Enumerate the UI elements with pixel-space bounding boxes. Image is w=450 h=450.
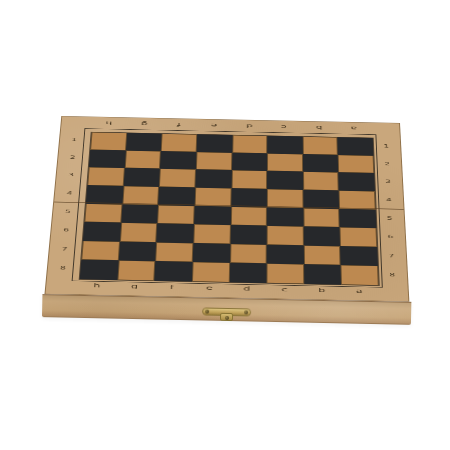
square-g2	[124, 150, 161, 168]
square-c7	[267, 245, 304, 265]
square-c1	[267, 136, 302, 154]
file-label-far-d: d	[231, 123, 266, 129]
square-f5	[157, 205, 194, 224]
square-b7	[304, 245, 341, 265]
square-c2	[267, 153, 303, 171]
square-h6	[83, 222, 121, 242]
brass-clasp	[202, 307, 251, 321]
square-a8	[341, 265, 379, 285]
file-label-near-c: c	[266, 286, 303, 293]
square-b5	[303, 208, 340, 227]
file-label-near-b: b	[303, 287, 341, 294]
square-h3	[87, 167, 124, 186]
square-a1	[338, 137, 374, 155]
file-label-near-e: e	[191, 285, 229, 292]
screw-icon	[225, 315, 229, 319]
square-e6	[193, 224, 230, 244]
file-label-far-h: h	[91, 120, 126, 126]
rank-label-left-8: 8	[50, 266, 76, 271]
rank-label-right-8: 8	[379, 273, 405, 278]
rank-label-right-4: 4	[376, 197, 401, 202]
square-e1	[196, 134, 232, 152]
rank-label-right-3: 3	[375, 179, 400, 184]
square-d1	[232, 135, 267, 153]
square-g3	[123, 168, 160, 187]
square-f6	[156, 223, 193, 243]
square-b8	[304, 264, 342, 284]
square-g5	[121, 204, 158, 223]
screw-icon	[205, 310, 209, 314]
rank-label-right-6: 6	[378, 235, 404, 240]
file-label-near-d: d	[228, 285, 266, 292]
square-d5	[230, 206, 267, 225]
screw-icon	[244, 310, 248, 314]
file-label-near-a: a	[340, 288, 378, 295]
playing-area	[79, 132, 380, 286]
clasp-bar	[202, 307, 251, 316]
square-a2	[338, 155, 374, 173]
square-b1	[302, 137, 338, 155]
square-b6	[303, 226, 340, 246]
square-g7	[118, 241, 156, 261]
square-d7	[230, 244, 267, 264]
rank-label-right-7: 7	[378, 253, 404, 258]
square-a7	[340, 246, 378, 266]
file-label-near-f: f	[153, 284, 191, 291]
square-h8	[80, 260, 119, 280]
rank-label-right-5: 5	[377, 216, 402, 221]
file-label-far-f: f	[161, 122, 196, 128]
rank-label-left-1: 1	[62, 138, 87, 143]
rank-label-left-4: 4	[57, 191, 82, 196]
square-d6	[230, 225, 267, 245]
square-c6	[267, 226, 304, 246]
square-h2	[89, 150, 126, 168]
square-e5	[194, 206, 231, 225]
rank-label-left-6: 6	[53, 228, 79, 233]
square-f3	[159, 169, 196, 188]
clasp-catch	[220, 313, 233, 321]
rank-label-left-5: 5	[55, 209, 81, 214]
board-top-surface: hhggffeeddccbbaa1122334455667788	[44, 116, 409, 302]
board-3d-wrapper: hhggffeeddccbbaa1122334455667788	[44, 116, 409, 302]
square-e3	[195, 169, 231, 188]
square-d3	[231, 170, 267, 189]
file-label-far-e: e	[196, 122, 231, 128]
square-a6	[340, 227, 377, 247]
square-e7	[193, 243, 230, 263]
file-label-near-g: g	[116, 283, 154, 290]
square-c5	[267, 207, 304, 226]
square-c3	[267, 171, 303, 190]
rank-label-left-3: 3	[58, 173, 83, 178]
chess-board-box: hhggffeeddccbbaa1122334455667788	[43, 106, 416, 339]
square-g6	[120, 223, 158, 243]
rank-label-right-1: 1	[374, 144, 399, 149]
square-g8	[117, 261, 155, 281]
square-c8	[267, 264, 304, 284]
square-g1	[126, 133, 162, 151]
coordinate-labels: hhggffeeddccbbaa1122334455667788	[62, 116, 399, 123]
square-f7	[155, 242, 193, 262]
product-photo-scene: hhggffeeddccbbaa1122334455667788	[0, 0, 450, 450]
square-h7	[81, 241, 119, 261]
square-h5	[84, 203, 122, 222]
square-b3	[303, 172, 339, 191]
square-f8	[154, 261, 192, 281]
square-a3	[339, 172, 375, 191]
file-label-near-h: h	[78, 282, 116, 289]
square-a5	[339, 209, 376, 228]
rank-label-right-2: 2	[375, 162, 400, 167]
square-e2	[196, 152, 232, 170]
square-d2	[231, 153, 267, 171]
file-label-far-a: a	[336, 125, 371, 131]
square-b2	[303, 154, 339, 172]
square-h1	[90, 132, 127, 150]
file-label-far-b: b	[301, 125, 336, 131]
file-label-far-g: g	[126, 121, 161, 127]
square-f2	[160, 151, 196, 169]
rank-label-left-2: 2	[60, 155, 85, 160]
file-label-far-c: c	[266, 124, 301, 130]
square-e8	[192, 262, 230, 282]
rank-label-left-7: 7	[51, 247, 77, 252]
square-d8	[229, 263, 266, 283]
square-f1	[161, 134, 197, 152]
